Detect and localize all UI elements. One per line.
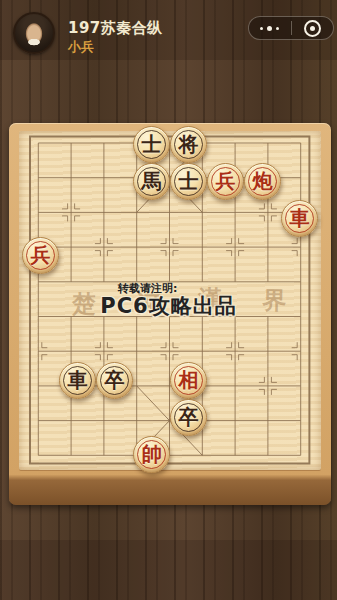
piece-black-chariot[interactable]: 車 — [59, 362, 96, 399]
piece-black-advisor-left[interactable]: 士 — [133, 126, 170, 163]
piece-red-soldier-edge[interactable]: 兵 — [22, 237, 59, 274]
piece-glyph: 将 — [179, 134, 199, 154]
piece-glyph: 相 — [179, 370, 199, 390]
top-bar: 197苏秦合纵 小兵 — [0, 0, 337, 60]
piece-glyph: 帥 — [142, 444, 162, 464]
player-rank: 小兵 — [68, 38, 94, 56]
exit-target-icon[interactable] — [292, 17, 334, 39]
piece-black-soldier-center[interactable]: 卒 — [170, 399, 207, 436]
more-dots-icon[interactable] — [249, 17, 291, 39]
piece-black-general[interactable]: 将 — [170, 126, 207, 163]
piece-glyph: 卒 — [179, 407, 199, 427]
player-avatar[interactable] — [13, 12, 55, 54]
watermark-brand: PC6攻略出品 — [0, 292, 337, 320]
piece-glyph: 車 — [68, 370, 88, 390]
piece-glyph: 兵 — [31, 245, 51, 265]
piece-glyph: 炮 — [253, 171, 273, 191]
piece-glyph: 士 — [179, 171, 199, 191]
piece-red-soldier-advanced[interactable]: 兵 — [207, 163, 244, 200]
bottom-bar: 锦 14 求助 0步 — [0, 540, 337, 600]
piece-black-horse[interactable]: 馬 — [133, 163, 170, 200]
piece-red-cannon[interactable]: 炮 — [244, 163, 281, 200]
app-screen: 197苏秦合纵 小兵 楚 河 漢 界 转载请注明: PC6攻略出品 士将馬士兵炮… — [0, 0, 337, 600]
wechat-capsule — [248, 16, 334, 40]
piece-glyph: 兵 — [216, 171, 236, 191]
piece-red-chariot[interactable]: 車 — [281, 200, 318, 237]
piece-glyph: 馬 — [142, 171, 162, 191]
piece-glyph: 卒 — [105, 370, 125, 390]
piece-glyph: 士 — [142, 134, 162, 154]
piece-glyph: 車 — [290, 208, 310, 228]
piece-black-advisor-right[interactable]: 士 — [170, 163, 207, 200]
piece-black-soldier-left[interactable]: 卒 — [96, 362, 133, 399]
piece-red-general[interactable]: 帥 — [133, 436, 170, 473]
level-title: 197苏秦合纵 — [68, 19, 163, 38]
piece-red-elephant[interactable]: 相 — [170, 362, 207, 399]
